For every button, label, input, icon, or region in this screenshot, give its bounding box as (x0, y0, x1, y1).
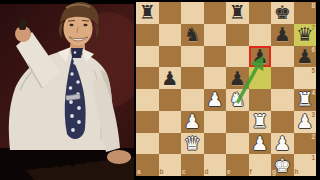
square-d3[interactable] (204, 111, 227, 133)
piece-wP-c3: ♟ (184, 112, 201, 131)
square-b3[interactable] (159, 111, 182, 133)
square-g3[interactable] (271, 111, 294, 133)
square-h5[interactable]: 5 (294, 67, 317, 89)
square-c1[interactable]: c (181, 154, 204, 176)
square-f5[interactable] (249, 67, 272, 89)
piece-bR-a8: ♜ (139, 3, 156, 22)
square-e4[interactable]: ♞ (226, 89, 249, 111)
square-h4[interactable]: ♜4 (294, 89, 317, 111)
fischer-photo (0, 0, 134, 180)
square-a3[interactable] (136, 111, 159, 133)
file-label-f: f (250, 169, 252, 176)
square-e1[interactable]: e (226, 154, 249, 176)
square-c2[interactable]: ♛ (181, 133, 204, 155)
square-g5[interactable] (271, 67, 294, 89)
square-a7[interactable] (136, 24, 159, 46)
file-label-a: a (137, 169, 141, 176)
piece-bP-f6: ♟ (251, 47, 268, 66)
square-d2[interactable] (204, 133, 227, 155)
square-g1[interactable]: ♚g (271, 154, 294, 176)
square-d5[interactable] (204, 67, 227, 89)
square-b7[interactable] (159, 24, 182, 46)
square-g2[interactable]: ♟ (271, 133, 294, 155)
square-h2[interactable]: 2 (294, 133, 317, 155)
square-e8[interactable]: ♜ (226, 2, 249, 24)
square-a2[interactable] (136, 133, 159, 155)
square-b2[interactable] (159, 133, 182, 155)
square-h7[interactable]: ♛7 (294, 24, 317, 46)
square-d6[interactable] (204, 46, 227, 68)
video-thumbnail: ♜♜♚8♞♟♛7♟♟6♟♟5♟♞♜4♟♜♟3♛♟♟2abcdef♚gh1 (0, 0, 320, 180)
square-e3[interactable] (226, 111, 249, 133)
square-d8[interactable] (204, 2, 227, 24)
piece-wP-f2: ♟ (251, 134, 268, 153)
file-label-h: h (295, 169, 299, 176)
square-a8[interactable]: ♜ (136, 2, 159, 24)
square-d4[interactable]: ♟ (204, 89, 227, 111)
square-b5[interactable]: ♟ (159, 67, 182, 89)
file-label-d: d (205, 169, 209, 176)
square-h3[interactable]: ♟3 (294, 111, 317, 133)
square-f8[interactable] (249, 2, 272, 24)
square-a4[interactable] (136, 89, 159, 111)
piece-bP-b5: ♟ (161, 69, 178, 88)
fischer-photo-illustration (0, 0, 134, 180)
square-c5[interactable] (181, 67, 204, 89)
square-f3[interactable]: ♜ (249, 111, 272, 133)
piece-bP-g7: ♟ (274, 25, 291, 44)
square-c3[interactable]: ♟ (181, 111, 204, 133)
chess-board[interactable]: ♜♜♚8♞♟♛7♟♟6♟♟5♟♞♜4♟♜♟3♛♟♟2abcdef♚gh1 (136, 2, 316, 176)
square-c7[interactable]: ♞ (181, 24, 204, 46)
file-label-b: b (160, 169, 164, 176)
square-b6[interactable] (159, 46, 182, 68)
square-f7[interactable] (249, 24, 272, 46)
held-object (19, 19, 26, 30)
piece-bN-c7: ♞ (184, 25, 201, 44)
rank-label-5: 5 (311, 68, 315, 75)
square-h8[interactable]: 8 (294, 2, 317, 24)
square-c4[interactable] (181, 89, 204, 111)
rank-label-2: 2 (311, 134, 315, 141)
piece-wN-e4: ♞ (229, 90, 246, 109)
rank-label-8: 8 (311, 3, 315, 10)
square-e2[interactable] (226, 133, 249, 155)
piece-bP-h6: ♟ (296, 47, 313, 66)
resting-hand (107, 150, 131, 164)
piece-wK-g1: ♚ (274, 156, 291, 175)
file-label-c: c (182, 169, 186, 176)
square-e6[interactable] (226, 46, 249, 68)
square-f2[interactable]: ♟ (249, 133, 272, 155)
square-f6[interactable]: ♟ (249, 46, 272, 68)
square-a1[interactable]: a (136, 154, 159, 176)
tie-knot (71, 48, 83, 58)
square-a6[interactable] (136, 46, 159, 68)
square-e7[interactable] (226, 24, 249, 46)
square-c8[interactable] (181, 2, 204, 24)
piece-wP-h3: ♟ (296, 112, 313, 131)
square-g8[interactable]: ♚ (271, 2, 294, 24)
square-d7[interactable] (204, 24, 227, 46)
piece-bQ-h7: ♛ (296, 25, 313, 44)
piece-wP-g2: ♟ (274, 134, 291, 153)
square-b4[interactable] (159, 89, 182, 111)
square-f4[interactable] (249, 89, 272, 111)
piece-wR-f3: ♜ (251, 112, 268, 131)
square-d1[interactable]: d (204, 154, 227, 176)
square-f1[interactable]: f (249, 154, 272, 176)
square-a5[interactable] (136, 67, 159, 89)
square-c6[interactable] (181, 46, 204, 68)
rank-label-1: 1 (311, 155, 315, 162)
square-g7[interactable]: ♟ (271, 24, 294, 46)
piece-wP-d4: ♟ (206, 90, 223, 109)
square-g4[interactable] (271, 89, 294, 111)
square-g6[interactable] (271, 46, 294, 68)
square-e5[interactable]: ♟ (226, 67, 249, 89)
square-b1[interactable]: b (159, 154, 182, 176)
piece-bK-g8: ♚ (274, 3, 291, 22)
piece-bR-e8: ♜ (229, 3, 246, 22)
piece-wR-h4: ♜ (296, 90, 313, 109)
file-label-e: e (227, 169, 231, 176)
square-h1[interactable]: h1 (294, 154, 317, 176)
piece-bP-e5: ♟ (229, 69, 246, 88)
square-b8[interactable] (159, 2, 182, 24)
piece-wQ-c2: ♛ (184, 134, 201, 153)
square-h6[interactable]: ♟6 (294, 46, 317, 68)
